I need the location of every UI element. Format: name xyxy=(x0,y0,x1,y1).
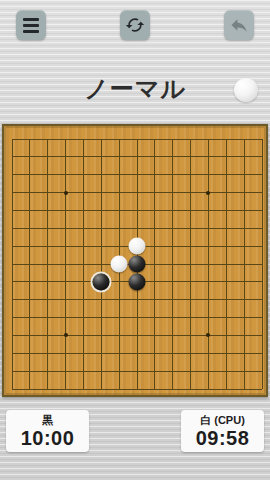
grid-line-vertical xyxy=(190,139,191,389)
stone-black-last-move xyxy=(93,273,110,290)
board-grid[interactable] xyxy=(12,139,262,389)
grid-line-horizontal xyxy=(12,389,262,390)
grid-line-vertical xyxy=(244,139,245,389)
grid-line-horizontal xyxy=(12,299,262,300)
black-clock-panel: 黒 10:00 xyxy=(6,410,89,452)
black-player-label: 黒 xyxy=(42,414,53,427)
grid-line-horizontal xyxy=(12,371,262,372)
refresh-icon xyxy=(125,15,145,35)
white-player-label: 白 (CPU) xyxy=(200,414,245,427)
grid-line-vertical xyxy=(262,139,263,389)
stone-black xyxy=(129,273,146,290)
star-point xyxy=(64,191,68,195)
star-point xyxy=(206,191,210,195)
undo-arrow-icon xyxy=(229,15,249,35)
stone-white xyxy=(129,238,146,255)
white-clock-panel: 白 (CPU) 09:58 xyxy=(181,410,264,452)
stone-black xyxy=(129,256,146,273)
menu-button[interactable] xyxy=(16,10,46,40)
white-clock-time: 09:58 xyxy=(196,427,250,449)
mode-title: ノーマル xyxy=(0,73,270,105)
app-screen: ノーマル 黒 10:00 白 (CPU) 09:58 xyxy=(0,0,270,480)
grid-line-vertical xyxy=(226,139,227,389)
black-clock-time: 10:00 xyxy=(21,427,75,449)
grid-line-horizontal xyxy=(12,317,262,318)
gomoku-board[interactable] xyxy=(2,124,268,397)
stone-white xyxy=(111,256,128,273)
star-point xyxy=(206,333,210,337)
star-point xyxy=(64,333,68,337)
grid-line-horizontal xyxy=(12,353,262,354)
undo-button[interactable] xyxy=(224,10,254,40)
grid-line-vertical xyxy=(172,139,173,389)
grid-line-horizontal xyxy=(12,335,262,336)
grid-line-vertical xyxy=(154,139,155,389)
white-turn-indicator-stone xyxy=(234,78,258,102)
hamburger-menu-icon xyxy=(23,18,39,33)
restart-button[interactable] xyxy=(120,10,150,40)
grid-line-vertical xyxy=(208,139,209,389)
